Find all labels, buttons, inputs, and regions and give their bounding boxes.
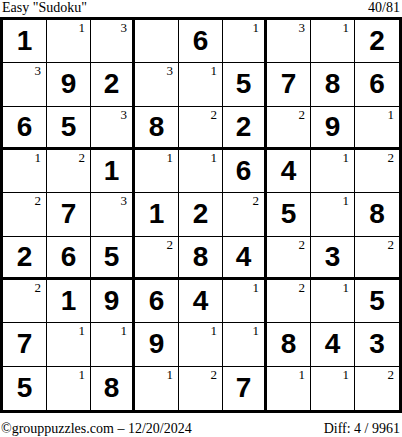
cell-value: 6 [193, 27, 209, 55]
cell-value: 1 [61, 287, 77, 315]
cell-r6c6[interactable]: 4 [223, 237, 267, 280]
cell-r9c3[interactable]: 8 [91, 367, 135, 410]
corner-mark: 3 [121, 193, 128, 208]
corner-mark: 2 [35, 193, 42, 208]
corner-mark: 1 [211, 63, 218, 78]
corner-mark: 1 [253, 323, 260, 338]
cell-value: 6 [236, 157, 252, 185]
cell-r5c6[interactable]: 2 [223, 193, 267, 236]
cell-value: 8 [149, 113, 165, 141]
cell-value: 7 [236, 374, 252, 402]
cell-r2c4[interactable]: 3 [135, 63, 179, 106]
cell-value: 7 [281, 70, 297, 98]
cell-r7c5[interactable]: 4 [179, 280, 223, 323]
corner-mark: 1 [388, 107, 395, 122]
cell-r5c7[interactable]: 5 [267, 193, 311, 236]
corner-mark: 1 [343, 280, 350, 295]
cell-r9c7[interactable]: 1 [267, 367, 311, 410]
cell-r4c5[interactable]: 1 [179, 150, 223, 193]
cell-r2c8[interactable]: 8 [311, 63, 355, 106]
difficulty-text: Diff: 4 / 9961 [324, 420, 400, 437]
copyright-text: ©grouppuzzles.com – 12/20/2024 [1, 420, 192, 437]
cell-r3c5[interactable]: 2 [179, 107, 223, 150]
cell-r6c5[interactable]: 8 [179, 237, 223, 280]
cell-value: 5 [61, 113, 77, 141]
corner-mark: 2 [299, 237, 306, 252]
corner-mark: 1 [253, 280, 260, 295]
cell-r4c6[interactable]: 6 [223, 150, 267, 193]
cell-r7c8[interactable]: 1 [311, 280, 355, 323]
cell-r8c1[interactable]: 7 [3, 323, 47, 366]
cell-r6c4[interactable]: 2 [135, 237, 179, 280]
cell-r9c2[interactable]: 1 [47, 367, 91, 410]
cell-r6c9[interactable]: 2 [355, 237, 399, 280]
corner-mark: 1 [79, 367, 86, 382]
cell-r8c8[interactable]: 4 [311, 323, 355, 366]
cell-r1c1[interactable]: 1 [3, 20, 47, 63]
corner-mark: 1 [299, 367, 306, 382]
corner-mark: 2 [211, 367, 218, 382]
corner-mark: 1 [79, 20, 86, 35]
cell-r2c9[interactable]: 6 [355, 63, 399, 106]
cell-value: 6 [17, 113, 33, 141]
cell-r2c7[interactable]: 7 [267, 63, 311, 106]
cell-r7c9[interactable]: 5 [355, 280, 399, 323]
cell-value: 6 [61, 243, 77, 271]
cell-r7c6[interactable]: 1 [223, 280, 267, 323]
corner-mark: 1 [253, 20, 260, 35]
corner-mark: 2 [35, 280, 42, 295]
corner-mark: 2 [388, 150, 395, 165]
cell-r3c2[interactable]: 5 [47, 107, 91, 150]
cell-value: 6 [149, 287, 165, 315]
cell-r6c3[interactable]: 5 [91, 237, 135, 280]
cell-r3c1[interactable]: 6 [3, 107, 47, 150]
cell-value: 2 [369, 27, 385, 55]
corner-mark: 3 [299, 20, 306, 35]
cell-r3c8[interactable]: 9 [311, 107, 355, 150]
cell-value: 9 [325, 113, 341, 141]
header: Easy "Sudoku" 40/81 [0, 0, 402, 17]
cell-r4c3[interactable]: 1 [91, 150, 135, 193]
cell-r6c1[interactable]: 2 [3, 237, 47, 280]
cell-r9c1[interactable]: 5 [3, 367, 47, 410]
cell-value: 5 [104, 243, 120, 271]
cell-r8c9[interactable]: 3 [355, 323, 399, 366]
corner-mark: 2 [211, 107, 218, 122]
cell-r1c9[interactable]: 2 [355, 20, 399, 63]
cell-r4c8[interactable]: 1 [311, 150, 355, 193]
cell-r4c7[interactable]: 4 [267, 150, 311, 193]
corner-mark: 2 [79, 150, 86, 165]
corner-mark: 3 [121, 20, 128, 35]
cell-r9c8[interactable]: 1 [311, 367, 355, 410]
page-title: Easy "Sudoku" [2, 0, 87, 16]
cell-r4c4[interactable]: 1 [135, 150, 179, 193]
cell-r4c1[interactable]: 1 [3, 150, 47, 193]
cell-r6c8[interactable]: 3 [311, 237, 355, 280]
cell-value: 4 [281, 157, 297, 185]
cell-value: 8 [281, 330, 297, 358]
cell-r8c2[interactable]: 1 [47, 323, 91, 366]
cell-value: 9 [149, 330, 165, 358]
cell-r5c8[interactable]: 1 [311, 193, 355, 236]
corner-mark: 3 [35, 63, 42, 78]
corner-mark: 1 [343, 150, 350, 165]
cell-value: 6 [369, 70, 385, 98]
cell-value: 5 [236, 70, 252, 98]
sudoku-grid: 1136131239231578665382229112111641227312… [0, 17, 402, 413]
corner-mark: 2 [167, 237, 174, 252]
cell-r8c7[interactable]: 8 [267, 323, 311, 366]
cell-value: 5 [17, 374, 33, 402]
cell-r3c7[interactable]: 2 [267, 107, 311, 150]
progress-counter: 40/81 [368, 0, 400, 16]
cell-r3c9[interactable]: 1 [355, 107, 399, 150]
cell-r2c3[interactable]: 2 [91, 63, 135, 106]
cell-value: 4 [236, 243, 252, 271]
cell-value: 2 [104, 70, 120, 98]
cell-r1c4[interactable] [135, 20, 179, 63]
cell-r8c3[interactable]: 1 [91, 323, 135, 366]
corner-mark: 2 [388, 367, 395, 382]
corner-mark: 3 [167, 63, 174, 78]
cell-value: 4 [193, 287, 209, 315]
cell-value: 9 [61, 70, 77, 98]
corner-mark: 1 [211, 323, 218, 338]
cell-value: 5 [281, 200, 297, 228]
cell-value: 9 [104, 287, 120, 315]
cell-r9c6[interactable]: 7 [223, 367, 267, 410]
cell-r5c9[interactable]: 8 [355, 193, 399, 236]
cell-r1c5[interactable]: 6 [179, 20, 223, 63]
corner-mark: 1 [79, 323, 86, 338]
cell-r8c6[interactable]: 1 [223, 323, 267, 366]
cell-r4c2[interactable]: 2 [47, 150, 91, 193]
cell-r9c9[interactable]: 2 [355, 367, 399, 410]
cell-r7c7[interactable]: 2 [267, 280, 311, 323]
cell-r2c5[interactable]: 1 [179, 63, 223, 106]
cell-value: 2 [193, 200, 209, 228]
cell-value: 1 [149, 200, 165, 228]
puzzle-page: Easy "Sudoku" 40/81 11361312392315786653… [0, 0, 402, 437]
cell-r7c3[interactable]: 9 [91, 280, 135, 323]
cell-value: 8 [369, 200, 385, 228]
cell-r3c4[interactable]: 8 [135, 107, 179, 150]
corner-mark: 1 [343, 367, 350, 382]
cell-r2c6[interactable]: 5 [223, 63, 267, 106]
cell-r3c6[interactable]: 2 [223, 107, 267, 150]
cell-r1c7[interactable]: 3 [267, 20, 311, 63]
cell-r1c3[interactable]: 3 [91, 20, 135, 63]
corner-mark: 1 [343, 193, 350, 208]
cell-r5c2[interactable]: 7 [47, 193, 91, 236]
cell-r8c5[interactable]: 1 [179, 323, 223, 366]
cell-value: 8 [325, 70, 341, 98]
corner-mark: 3 [121, 107, 128, 122]
cell-r4c9[interactable]: 2 [355, 150, 399, 193]
cell-value: 2 [236, 113, 252, 141]
cell-r7c2[interactable]: 1 [47, 280, 91, 323]
cell-value: 2 [17, 243, 33, 271]
cell-r5c1[interactable]: 2 [3, 193, 47, 236]
corner-mark: 2 [299, 107, 306, 122]
footer: ©grouppuzzles.com – 12/20/2024 Diff: 4 /… [0, 417, 402, 437]
cell-value: 1 [104, 157, 120, 185]
cell-r1c8[interactable]: 1 [311, 20, 355, 63]
cell-value: 4 [325, 330, 341, 358]
cell-value: 3 [369, 330, 385, 358]
cell-r9c4[interactable]: 1 [135, 367, 179, 410]
cell-value: 1 [17, 27, 33, 55]
cell-r1c6[interactable]: 1 [223, 20, 267, 63]
cell-r5c4[interactable]: 1 [135, 193, 179, 236]
cell-r5c3[interactable]: 3 [91, 193, 135, 236]
cell-value: 8 [104, 374, 120, 402]
cell-r8c4[interactable]: 9 [135, 323, 179, 366]
corner-mark: 2 [253, 193, 260, 208]
corner-mark: 2 [299, 280, 306, 295]
cell-value: 8 [193, 243, 209, 271]
corner-mark: 1 [343, 20, 350, 35]
corner-mark: 1 [121, 323, 128, 338]
cell-r7c1[interactable]: 2 [3, 280, 47, 323]
corner-mark: 2 [388, 237, 395, 252]
cell-r2c2[interactable]: 9 [47, 63, 91, 106]
cell-r9c5[interactable]: 2 [179, 367, 223, 410]
cell-r6c2[interactable]: 6 [47, 237, 91, 280]
cell-value: 7 [17, 330, 33, 358]
corner-mark: 1 [167, 150, 174, 165]
corner-mark: 1 [35, 150, 42, 165]
cell-r3c3[interactable]: 3 [91, 107, 135, 150]
corner-mark: 1 [211, 150, 218, 165]
cell-r2c1[interactable]: 3 [3, 63, 47, 106]
cell-r6c7[interactable]: 2 [267, 237, 311, 280]
corner-mark: 1 [167, 367, 174, 382]
cell-value: 3 [325, 243, 341, 271]
cell-r5c5[interactable]: 2 [179, 193, 223, 236]
cell-r1c2[interactable]: 1 [47, 20, 91, 63]
cell-value: 5 [369, 287, 385, 315]
cell-value: 7 [61, 200, 77, 228]
cell-r7c4[interactable]: 6 [135, 280, 179, 323]
